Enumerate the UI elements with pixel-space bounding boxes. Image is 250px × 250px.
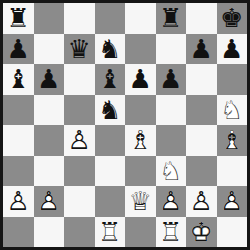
piece-white-bishop-icon: ♝♗ bbox=[217, 125, 248, 156]
square-h1[interactable] bbox=[217, 217, 248, 248]
square-e6[interactable]: ♟ bbox=[125, 64, 156, 95]
piece-white-pawn-icon: ♟♙ bbox=[64, 125, 95, 156]
square-g5[interactable] bbox=[186, 95, 217, 126]
piece-white-knight-icon: ♞♘ bbox=[217, 95, 248, 126]
piece-white-king-icon: ♚♔ bbox=[186, 217, 217, 248]
square-b3[interactable] bbox=[34, 156, 65, 187]
piece-white-pawn-icon: ♟♙ bbox=[156, 186, 187, 217]
square-e8[interactable] bbox=[125, 3, 156, 34]
square-b2[interactable]: ♟♙ bbox=[34, 186, 65, 217]
piece-white-bishop-icon: ♝♗ bbox=[125, 125, 156, 156]
square-c5[interactable] bbox=[64, 95, 95, 126]
piece-white-rook-icon: ♜♖ bbox=[156, 217, 187, 248]
white-piece-outline-glyph: ♘ bbox=[156, 156, 187, 187]
square-b7[interactable] bbox=[34, 34, 65, 65]
square-g2[interactable]: ♟♙ bbox=[186, 186, 217, 217]
square-c1[interactable] bbox=[64, 217, 95, 248]
white-piece-outline-glyph: ♘ bbox=[217, 95, 248, 126]
piece-black-bishop-icon: ♝ bbox=[95, 64, 126, 95]
square-d2[interactable] bbox=[95, 186, 126, 217]
square-d7[interactable]: ♞ bbox=[95, 34, 126, 65]
square-f5[interactable] bbox=[156, 95, 187, 126]
square-e3[interactable] bbox=[125, 156, 156, 187]
square-b8[interactable] bbox=[34, 3, 65, 34]
square-b6[interactable]: ♟ bbox=[34, 64, 65, 95]
square-a3[interactable] bbox=[3, 156, 34, 187]
square-f4[interactable] bbox=[156, 125, 187, 156]
piece-black-rook-icon: ♜ bbox=[3, 3, 34, 34]
white-piece-outline-glyph: ♙ bbox=[3, 186, 34, 217]
square-f1[interactable]: ♜♖ bbox=[156, 217, 187, 248]
square-h3[interactable] bbox=[217, 156, 248, 187]
square-d4[interactable] bbox=[95, 125, 126, 156]
square-d8[interactable] bbox=[95, 3, 126, 34]
square-h6[interactable] bbox=[217, 64, 248, 95]
square-h2[interactable]: ♟♙ bbox=[217, 186, 248, 217]
square-g6[interactable] bbox=[186, 64, 217, 95]
piece-black-pawn-icon: ♟ bbox=[34, 64, 65, 95]
square-g4[interactable] bbox=[186, 125, 217, 156]
piece-black-pawn-icon: ♟ bbox=[186, 34, 217, 65]
chess-board: ♜♜♚♟♛♞♟♟♝♟♝♟♟♞♞♘♟♙♝♗♝♗♞♘♟♙♟♙♛♕♟♙♟♙♟♙♜♖♜♖… bbox=[3, 3, 247, 247]
square-b1[interactable] bbox=[34, 217, 65, 248]
white-piece-outline-glyph: ♖ bbox=[156, 217, 187, 248]
piece-white-queen-icon: ♛♕ bbox=[125, 186, 156, 217]
square-h4[interactable]: ♝♗ bbox=[217, 125, 248, 156]
square-c6[interactable] bbox=[64, 64, 95, 95]
square-c8[interactable] bbox=[64, 3, 95, 34]
square-g7[interactable]: ♟ bbox=[186, 34, 217, 65]
square-f2[interactable]: ♟♙ bbox=[156, 186, 187, 217]
square-e2[interactable]: ♛♕ bbox=[125, 186, 156, 217]
piece-black-rook-icon: ♜ bbox=[156, 3, 187, 34]
piece-white-pawn-icon: ♟♙ bbox=[34, 186, 65, 217]
square-h8[interactable]: ♚ bbox=[217, 3, 248, 34]
white-piece-outline-glyph: ♙ bbox=[34, 186, 65, 217]
square-f3[interactable]: ♞♘ bbox=[156, 156, 187, 187]
white-piece-outline-glyph: ♗ bbox=[217, 125, 248, 156]
piece-black-pawn-icon: ♟ bbox=[125, 64, 156, 95]
square-a7[interactable]: ♟ bbox=[3, 34, 34, 65]
square-b4[interactable] bbox=[34, 125, 65, 156]
white-piece-outline-glyph: ♔ bbox=[186, 217, 217, 248]
piece-black-bishop-icon: ♝ bbox=[3, 64, 34, 95]
square-e7[interactable] bbox=[125, 34, 156, 65]
square-g1[interactable]: ♚♔ bbox=[186, 217, 217, 248]
white-piece-outline-glyph: ♙ bbox=[186, 186, 217, 217]
white-piece-outline-glyph: ♗ bbox=[125, 125, 156, 156]
square-f7[interactable] bbox=[156, 34, 187, 65]
piece-black-queen-icon: ♛ bbox=[64, 34, 95, 65]
square-g3[interactable] bbox=[186, 156, 217, 187]
square-a8[interactable]: ♜ bbox=[3, 3, 34, 34]
square-d6[interactable]: ♝ bbox=[95, 64, 126, 95]
piece-white-pawn-icon: ♟♙ bbox=[186, 186, 217, 217]
white-piece-outline-glyph: ♖ bbox=[95, 217, 126, 248]
square-a1[interactable] bbox=[3, 217, 34, 248]
square-c7[interactable]: ♛ bbox=[64, 34, 95, 65]
chess-board-frame: ♜♜♚♟♛♞♟♟♝♟♝♟♟♞♞♘♟♙♝♗♝♗♞♘♟♙♟♙♛♕♟♙♟♙♟♙♜♖♜♖… bbox=[0, 0, 250, 250]
piece-white-pawn-icon: ♟♙ bbox=[217, 186, 248, 217]
square-a2[interactable]: ♟♙ bbox=[3, 186, 34, 217]
square-h5[interactable]: ♞♘ bbox=[217, 95, 248, 126]
square-e1[interactable] bbox=[125, 217, 156, 248]
square-f6[interactable]: ♟ bbox=[156, 64, 187, 95]
square-a5[interactable] bbox=[3, 95, 34, 126]
square-c2[interactable] bbox=[64, 186, 95, 217]
piece-black-pawn-icon: ♟ bbox=[156, 64, 187, 95]
square-h7[interactable]: ♟ bbox=[217, 34, 248, 65]
square-f8[interactable]: ♜ bbox=[156, 3, 187, 34]
piece-white-pawn-icon: ♟♙ bbox=[3, 186, 34, 217]
piece-black-knight-icon: ♞ bbox=[95, 34, 126, 65]
piece-white-knight-icon: ♞♘ bbox=[156, 156, 187, 187]
white-piece-outline-glyph: ♙ bbox=[217, 186, 248, 217]
square-a6[interactable]: ♝ bbox=[3, 64, 34, 95]
square-b5[interactable] bbox=[34, 95, 65, 126]
piece-white-rook-icon: ♜♖ bbox=[95, 217, 126, 248]
piece-black-pawn-icon: ♟ bbox=[3, 34, 34, 65]
square-d5[interactable]: ♞ bbox=[95, 95, 126, 126]
square-a4[interactable] bbox=[3, 125, 34, 156]
square-d1[interactable]: ♜♖ bbox=[95, 217, 126, 248]
white-piece-outline-glyph: ♕ bbox=[125, 186, 156, 217]
square-d3[interactable] bbox=[95, 156, 126, 187]
white-piece-outline-glyph: ♙ bbox=[156, 186, 187, 217]
square-c4[interactable]: ♟♙ bbox=[64, 125, 95, 156]
square-c3[interactable] bbox=[64, 156, 95, 187]
square-e4[interactable]: ♝♗ bbox=[125, 125, 156, 156]
piece-black-pawn-icon: ♟ bbox=[217, 34, 248, 65]
piece-black-king-icon: ♚ bbox=[217, 3, 248, 34]
white-piece-outline-glyph: ♙ bbox=[64, 125, 95, 156]
square-e5[interactable] bbox=[125, 95, 156, 126]
piece-black-knight-icon: ♞ bbox=[95, 95, 126, 126]
square-g8[interactable] bbox=[186, 3, 217, 34]
